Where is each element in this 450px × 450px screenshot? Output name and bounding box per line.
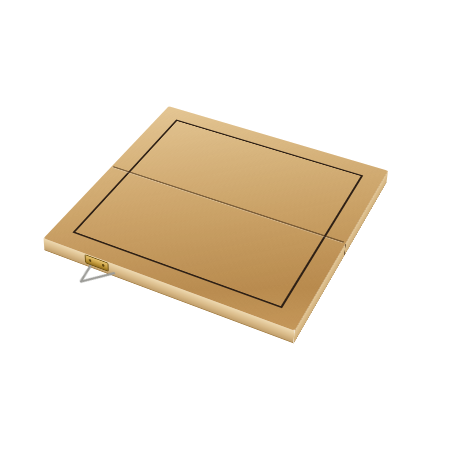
product-photo <box>0 0 450 450</box>
checkers-layer <box>0 0 450 450</box>
